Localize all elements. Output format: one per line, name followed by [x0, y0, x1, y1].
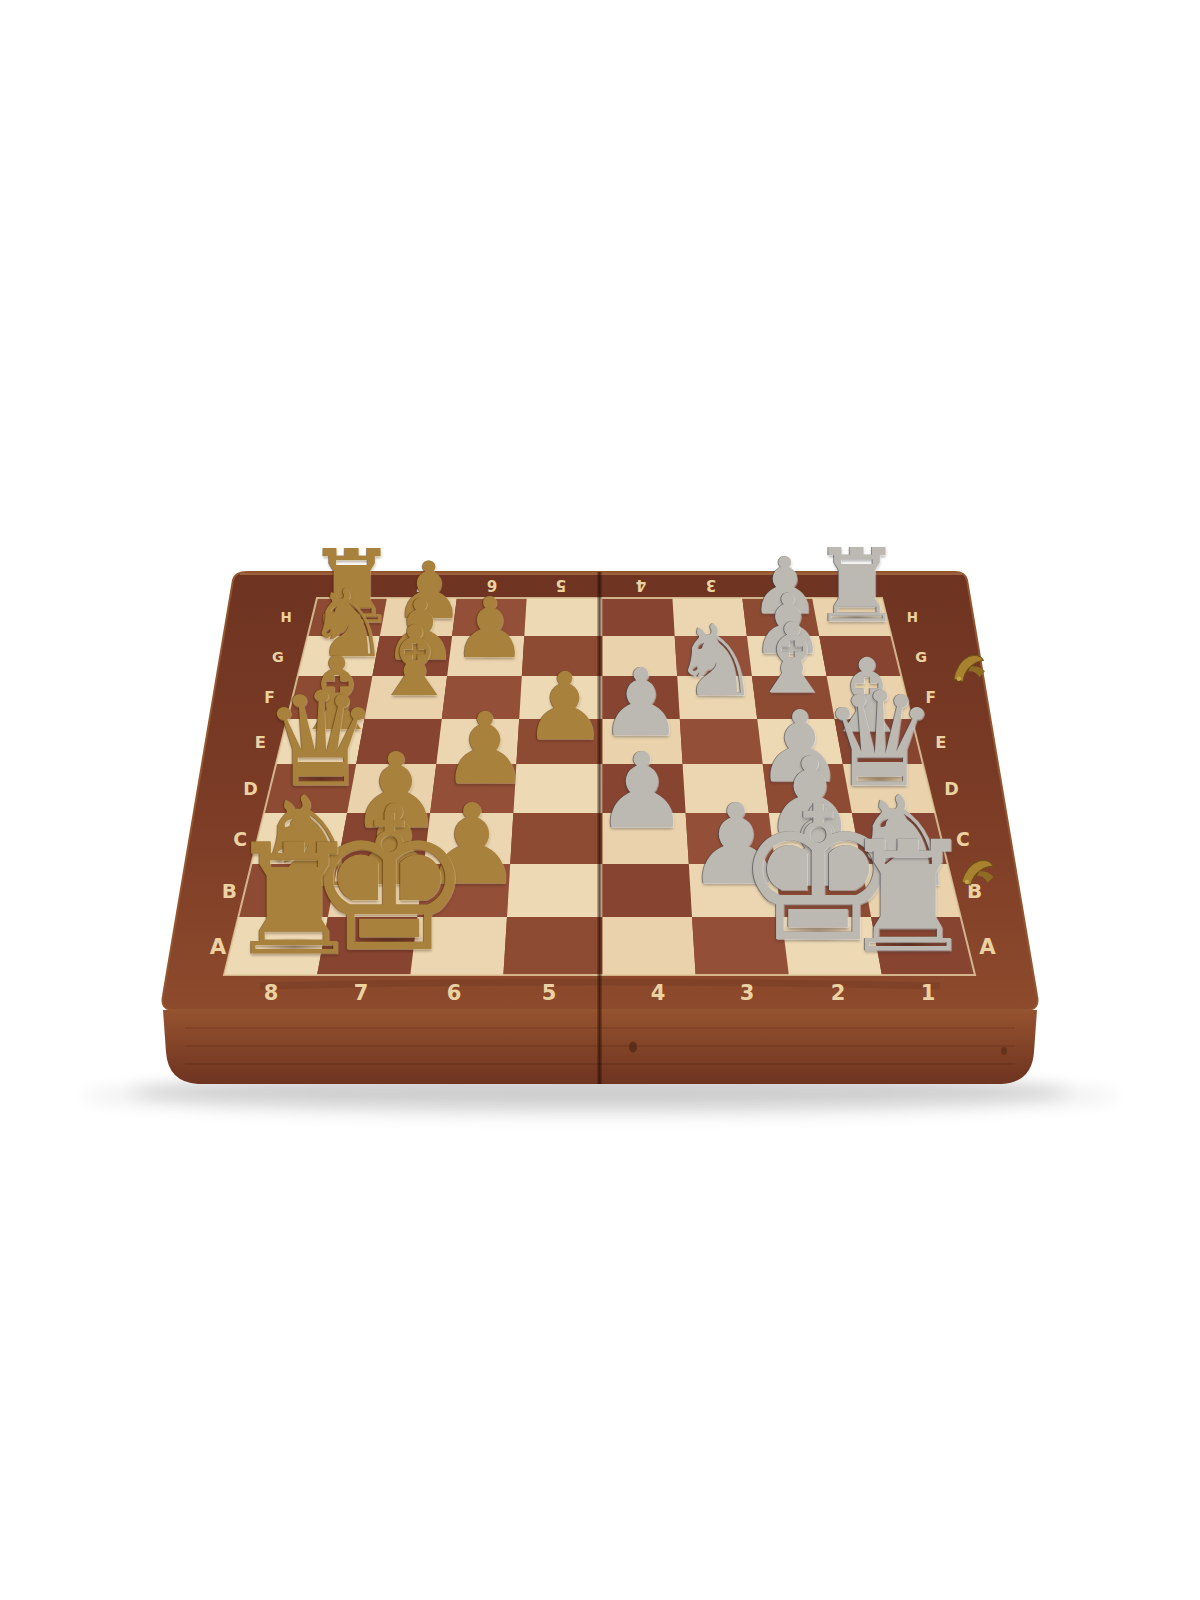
- file-label-left-A: A: [210, 934, 227, 959]
- rank-label-far-5: 5: [556, 576, 566, 594]
- square-h4[interactable]: [603, 598, 675, 636]
- piece-black-pawn-g6[interactable]: ♟: [453, 587, 528, 671]
- piece-white-pawn-c4[interactable]: ♟: [595, 739, 688, 843]
- wood-knot: [629, 1042, 637, 1053]
- file-label-left-H: H: [280, 610, 291, 625]
- wood-knot: [1001, 1047, 1007, 1055]
- square-b4[interactable]: [603, 864, 693, 917]
- chess-set-product-photo: HGFEDCBAHGFEDCBA8765432187654321 ♟♟♜♜♟♞♟…: [0, 0, 1200, 1600]
- square-a4[interactable]: [603, 917, 696, 975]
- rank-label-far-3: 3: [706, 576, 716, 594]
- piece-black-rook-a8[interactable]: ♜: [226, 824, 363, 977]
- rank-label-far-4: 4: [636, 576, 646, 594]
- piece-white-knight-f3[interactable]: ♞: [672, 612, 760, 711]
- file-label-right-A: A: [979, 934, 996, 959]
- file-label-right-G: G: [915, 649, 927, 665]
- file-label-right-H: H: [907, 610, 918, 625]
- rank-label-near-5: 5: [542, 981, 557, 1005]
- rank-label-near-4: 4: [651, 981, 666, 1005]
- square-a5[interactable]: [503, 917, 602, 975]
- square-h5[interactable]: [524, 598, 602, 636]
- rank-label-near-3: 3: [740, 981, 755, 1005]
- piece-white-rook-a1[interactable]: ♜: [840, 822, 977, 974]
- square-c5[interactable]: [510, 813, 602, 864]
- file-label-left-G: G: [272, 649, 284, 665]
- square-e3[interactable]: [680, 719, 763, 764]
